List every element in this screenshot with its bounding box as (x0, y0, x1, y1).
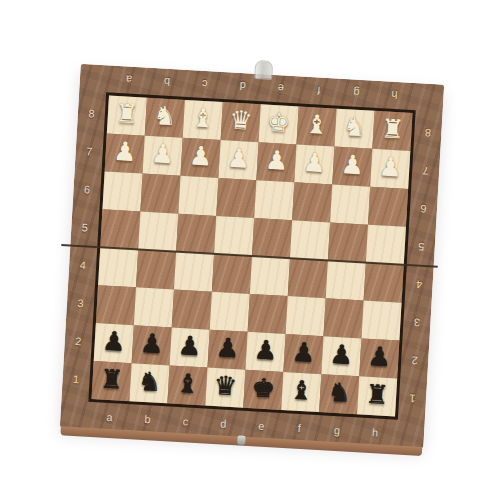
white-bishop-f8: ♝ (304, 111, 329, 138)
black-pawn-g2: ♟ (329, 341, 354, 368)
rank-left-label-6: 6 (76, 170, 97, 209)
square-b1[interactable]: ♞ (129, 363, 169, 403)
file-top-label-g: g (337, 83, 376, 104)
square-g2[interactable]: ♟ (321, 336, 361, 376)
square-d2[interactable]: ♟ (208, 330, 248, 370)
square-e7[interactable]: ♟ (256, 142, 296, 182)
square-f6[interactable] (292, 182, 332, 222)
square-f5[interactable] (290, 220, 330, 260)
square-b4[interactable] (136, 249, 176, 289)
square-a8[interactable]: ♜ (107, 96, 147, 136)
square-e8[interactable]: ♚ (259, 104, 299, 144)
square-h1[interactable]: ♜ (357, 376, 397, 416)
white-pawn-a7: ♟ (112, 138, 137, 165)
square-g5[interactable] (328, 222, 368, 262)
rank-left-label-1: 1 (66, 360, 87, 399)
file-bottom-label-c: c (166, 410, 205, 431)
file-top-label-a: a (109, 70, 148, 91)
file-top-label-c: c (185, 74, 224, 95)
white-bishop-c8: ♝ (190, 104, 215, 131)
file-top-label-e: e (261, 78, 300, 99)
black-pawn-f2: ♟ (291, 338, 316, 365)
file-bottom-label-b: b (128, 408, 167, 429)
chess-board: abcdefgh abcdefgh 87654321 87654321 ♜♞♝♛… (60, 64, 444, 448)
square-g6[interactable] (330, 185, 370, 225)
square-b8[interactable]: ♞ (145, 98, 185, 138)
square-c3[interactable] (172, 290, 212, 330)
square-c8[interactable]: ♝ (183, 100, 223, 140)
black-pawn-d2: ♟ (215, 334, 240, 361)
rank-left-label-4: 4 (72, 246, 93, 285)
rank-left-label-3: 3 (70, 284, 91, 323)
square-b3[interactable] (134, 287, 174, 327)
file-bottom-label-d: d (204, 413, 243, 434)
square-h8[interactable]: ♜ (372, 111, 412, 151)
white-pawn-d7: ♟ (226, 144, 251, 171)
white-pawn-h7: ♟ (378, 153, 403, 180)
black-pawn-c2: ♟ (177, 332, 202, 359)
square-a4[interactable] (98, 247, 138, 287)
square-c2[interactable]: ♟ (170, 327, 210, 367)
file-bottom-label-g: g (318, 419, 357, 440)
square-e5[interactable] (252, 218, 292, 258)
black-pawn-b2: ♟ (139, 330, 164, 357)
square-g3[interactable] (323, 298, 363, 338)
file-top-label-f: f (299, 80, 338, 101)
file-bottom-label-e: e (242, 415, 281, 436)
rank-right-label-5: 5 (411, 227, 432, 266)
square-g8[interactable]: ♞ (334, 109, 374, 149)
square-f1[interactable]: ♝ (281, 372, 321, 412)
square-b5[interactable] (138, 212, 178, 252)
square-h2[interactable]: ♟ (359, 338, 399, 378)
square-c7[interactable]: ♟ (181, 138, 221, 178)
black-rook-h1: ♜ (365, 381, 390, 408)
black-bishop-f1: ♝ (289, 376, 314, 403)
white-pawn-f7: ♟ (302, 149, 327, 176)
square-d5[interactable] (214, 216, 254, 256)
square-h6[interactable] (368, 187, 408, 227)
square-g7[interactable]: ♟ (332, 147, 372, 187)
product-photo-scene: abcdefgh abcdefgh 87654321 87654321 ♜♞♝♛… (0, 0, 500, 500)
square-f8[interactable]: ♝ (296, 106, 336, 146)
square-d3[interactable] (210, 292, 250, 332)
square-e6[interactable] (254, 180, 294, 220)
white-pawn-c7: ♟ (188, 142, 213, 169)
white-rook-a8: ♜ (115, 100, 140, 127)
bottom-latch-clasp-icon (237, 435, 246, 444)
rank-right-label-3: 3 (406, 303, 427, 342)
rank-right-label-1: 1 (402, 379, 423, 418)
square-g1[interactable]: ♞ (319, 374, 359, 414)
square-e1[interactable]: ♚ (243, 370, 283, 410)
square-h4[interactable] (364, 263, 404, 303)
square-a3[interactable] (96, 285, 136, 325)
file-bottom-label-a: a (90, 406, 129, 427)
black-king-e1: ♚ (251, 374, 276, 401)
square-c4[interactable] (174, 252, 214, 292)
white-knight-b8: ♞ (153, 102, 178, 129)
square-d8[interactable]: ♛ (221, 102, 261, 142)
square-a2[interactable]: ♟ (94, 323, 134, 363)
square-f4[interactable] (288, 258, 328, 298)
square-c1[interactable]: ♝ (167, 365, 207, 405)
file-bottom-label-h: h (356, 421, 395, 442)
square-c6[interactable] (178, 176, 218, 216)
rank-right-label-2: 2 (404, 341, 425, 380)
square-a6[interactable] (102, 171, 142, 211)
file-top-label-h: h (375, 85, 414, 106)
square-h3[interactable] (361, 300, 401, 340)
white-pawn-b7: ♟ (150, 140, 175, 167)
rank-right-label-6: 6 (413, 189, 434, 228)
white-knight-g8: ♞ (342, 113, 367, 140)
rank-left-label-2: 2 (68, 322, 89, 361)
file-bottom-label-f: f (280, 417, 319, 438)
black-bishop-c1: ♝ (175, 370, 200, 397)
square-f7[interactable]: ♟ (294, 144, 334, 184)
square-a1[interactable]: ♜ (92, 361, 132, 401)
square-d1[interactable]: ♛ (205, 368, 245, 408)
black-pawn-e2: ♟ (253, 336, 278, 363)
top-latch-clasp-icon (254, 60, 273, 80)
square-e4[interactable] (250, 256, 290, 296)
black-knight-g1: ♞ (327, 379, 352, 406)
black-pawn-a2: ♟ (101, 328, 126, 355)
rank-left-label-8: 8 (81, 94, 102, 133)
rank-left-label-7: 7 (79, 132, 100, 171)
square-d4[interactable] (212, 254, 252, 294)
square-f3[interactable] (286, 296, 326, 336)
square-h7[interactable]: ♟ (370, 149, 410, 189)
black-knight-b1: ♞ (137, 368, 162, 395)
square-c5[interactable] (176, 214, 216, 254)
black-pawn-h2: ♟ (367, 343, 392, 370)
square-b2[interactable]: ♟ (132, 325, 172, 365)
white-rook-h8: ♜ (380, 115, 405, 142)
square-g4[interactable] (326, 260, 366, 300)
black-rook-a1: ♜ (99, 365, 124, 392)
black-queen-d1: ♛ (213, 372, 238, 399)
square-a5[interactable] (100, 209, 140, 249)
white-queen-d8: ♛ (228, 106, 253, 133)
square-f2[interactable]: ♟ (283, 334, 323, 374)
file-top-label-b: b (147, 72, 186, 93)
square-b6[interactable] (140, 174, 180, 214)
square-a7[interactable]: ♟ (105, 133, 145, 173)
file-top-label-d: d (223, 76, 262, 97)
square-d7[interactable]: ♟ (218, 140, 258, 180)
square-d6[interactable] (216, 178, 256, 218)
rank-right-label-8: 8 (417, 113, 438, 152)
square-b7[interactable]: ♟ (143, 136, 183, 176)
rank-left-label-5: 5 (74, 208, 95, 247)
square-e2[interactable]: ♟ (245, 332, 285, 372)
rank-right-label-4: 4 (409, 265, 430, 304)
square-e3[interactable] (248, 294, 288, 334)
white-pawn-g7: ♟ (340, 151, 365, 178)
white-king-e8: ♚ (266, 109, 291, 136)
white-pawn-e7: ♟ (264, 147, 289, 174)
square-h5[interactable] (366, 225, 406, 265)
rank-right-label-7: 7 (415, 151, 436, 190)
